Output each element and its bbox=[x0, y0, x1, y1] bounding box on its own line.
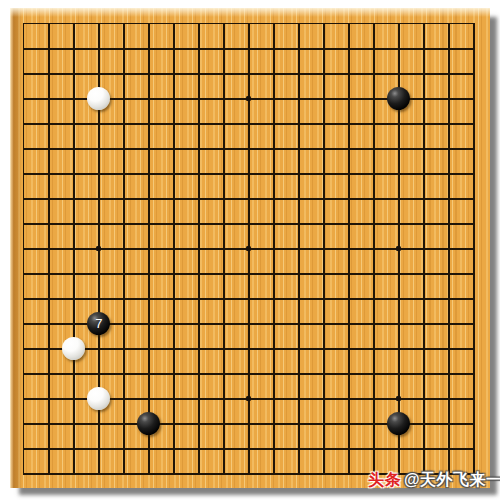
star-point bbox=[246, 96, 251, 101]
watermark-prefix: 头条 bbox=[368, 471, 401, 488]
stones-layer: 7 bbox=[10, 8, 490, 488]
go-board[interactable]: 7 bbox=[10, 8, 490, 488]
stone-white-D16[interactable] bbox=[87, 87, 110, 110]
star-point bbox=[396, 396, 401, 401]
stone-black-Q3[interactable] bbox=[387, 412, 410, 435]
move-number-label: 7 bbox=[95, 317, 102, 330]
star-point bbox=[246, 396, 251, 401]
watermark-text: @天外飞来一笔 bbox=[404, 471, 500, 488]
watermark: 头条@天外飞来一笔 bbox=[368, 470, 500, 491]
go-diagram: 7 头条@天外飞来一笔 bbox=[0, 0, 500, 500]
stone-white-C6[interactable] bbox=[62, 337, 85, 360]
stone-black-D7[interactable]: 7 bbox=[87, 312, 110, 335]
star-point bbox=[396, 246, 401, 251]
stone-black-F3[interactable] bbox=[137, 412, 160, 435]
stone-black-Q16[interactable] bbox=[387, 87, 410, 110]
star-point bbox=[96, 246, 101, 251]
stone-white-D4[interactable] bbox=[87, 387, 110, 410]
star-point bbox=[246, 246, 251, 251]
